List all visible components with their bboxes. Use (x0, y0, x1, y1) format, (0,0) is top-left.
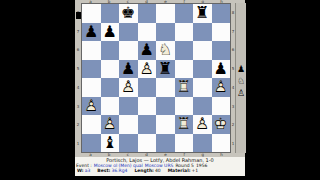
square-f1 (175, 134, 194, 153)
square-g2: ♟♙ (193, 115, 212, 134)
piece-white-pawn: ♟♙ (193, 115, 212, 134)
square-a6 (82, 41, 101, 60)
square-c3 (119, 97, 138, 116)
square-e6: ♞♘ (156, 41, 175, 60)
white-piece-outline: ♖ (177, 116, 191, 132)
square-d5: ♟♙ (138, 60, 157, 79)
white-piece-outline: ♙ (121, 79, 135, 95)
black-piece-glyph: ♚ (121, 5, 135, 21)
square-e2 (156, 115, 175, 134)
piece-black-rook: ♜ (193, 4, 212, 23)
white-knight-icon: ♘ (236, 77, 246, 86)
piece-black-pawn: ♟ (119, 60, 138, 79)
square-f4: ♜♖ (175, 78, 194, 97)
black-piece-glyph: ♟ (140, 42, 154, 58)
square-d4 (138, 78, 157, 97)
square-f2: ♜♖ (175, 115, 194, 134)
square-a2 (82, 115, 101, 134)
square-d1 (138, 134, 157, 153)
chess-panel: abcdefgh abcdefgh 87654321 87654321 ♚♜♟♟… (75, 0, 245, 180)
square-b8 (101, 4, 120, 23)
square-d6: ♟ (138, 41, 157, 60)
square-a5 (82, 60, 101, 79)
white-piece-outline: ♙ (103, 116, 117, 132)
piece-white-rook: ♜♖ (175, 78, 194, 97)
piece-white-pawn: ♟♙ (101, 115, 120, 134)
black-piece-glyph: ♜ (158, 60, 172, 76)
stat-label: Material: (168, 168, 191, 173)
square-e4 (156, 78, 175, 97)
piece-black-pawn: ♟ (212, 60, 231, 79)
stat-material: Material:+1 (168, 168, 199, 173)
piece-black-pawn: ♟ (82, 23, 101, 42)
square-h8 (212, 4, 231, 23)
square-g4 (193, 78, 212, 97)
black-piece-glyph: ♜ (195, 5, 209, 21)
square-b6 (101, 41, 120, 60)
stat-value: +1 (191, 168, 198, 173)
game-info-footer: Portisch, Lajos — Lotfy, Abdel Rahman, 1… (75, 157, 245, 176)
piece-white-king: ♚♔ (212, 115, 231, 134)
square-c7 (119, 23, 138, 42)
square-b3 (101, 97, 120, 116)
stats-line: W:a3Best:36.Rg4Length:40Material:+1 (75, 168, 245, 173)
square-b7: ♟ (101, 23, 120, 42)
square-b4 (101, 78, 120, 97)
white-pawn-icon: ♙ (236, 89, 246, 98)
black-piece-glyph: ♝ (103, 134, 117, 150)
stat-label: W: (77, 168, 84, 173)
chess-board: ♚♜♟♟♟♞♘♟♟♙♜♟♟♙♜♖♟♙♟♙♟♙♜♖♟♙♚♔♝ (81, 3, 231, 153)
square-f6 (175, 41, 194, 60)
white-piece-outline: ♖ (177, 79, 191, 95)
square-e1 (156, 134, 175, 153)
square-g8: ♜ (193, 4, 212, 23)
piece-white-knight: ♞♘ (156, 41, 175, 60)
piece-white-pawn: ♟♙ (138, 60, 157, 79)
square-a3: ♟♙ (82, 97, 101, 116)
square-g7 (193, 23, 212, 42)
square-g1 (193, 134, 212, 153)
square-f3 (175, 97, 194, 116)
square-g6 (193, 41, 212, 60)
square-b2: ♟♙ (101, 115, 120, 134)
square-e5: ♜ (156, 60, 175, 79)
square-a1 (82, 134, 101, 153)
square-h4: ♟♙ (212, 78, 231, 97)
white-piece-outline: ♙ (84, 97, 98, 113)
square-a8 (82, 4, 101, 23)
black-piece-glyph: ♟ (103, 23, 117, 39)
square-h3 (212, 97, 231, 116)
square-h1 (212, 134, 231, 153)
stat-value: 36.Rg4 (111, 168, 127, 173)
square-e8 (156, 4, 175, 23)
square-d2 (138, 115, 157, 134)
stat-length: Length:40 (134, 168, 160, 173)
square-f7 (175, 23, 194, 42)
white-piece-outline: ♘ (158, 42, 172, 58)
piece-black-pawn: ♟ (138, 41, 157, 60)
stat-w: W:a3 (77, 168, 90, 173)
square-c8: ♚ (119, 4, 138, 23)
black-piece-glyph: ♟ (84, 23, 98, 39)
piece-black-king: ♚ (119, 4, 138, 23)
black-piece-glyph: ♟ (214, 60, 228, 76)
square-c1 (119, 134, 138, 153)
square-c5: ♟ (119, 60, 138, 79)
square-e7 (156, 23, 175, 42)
square-h5: ♟ (212, 60, 231, 79)
stat-best: Best:36.Rg4 (97, 168, 127, 173)
piece-black-bishop: ♝ (101, 134, 120, 153)
piece-black-pawn: ♟ (101, 23, 120, 42)
square-f8 (175, 4, 194, 23)
square-g5 (193, 60, 212, 79)
white-piece-outline: ♙ (214, 79, 228, 95)
square-d3 (138, 97, 157, 116)
material-tray: ♟♘♙ (235, 3, 246, 153)
square-b1: ♝ (101, 134, 120, 153)
square-c4: ♟♙ (119, 78, 138, 97)
white-piece-outline: ♔ (214, 116, 228, 132)
piece-white-rook: ♜♖ (175, 115, 194, 134)
square-g3 (193, 97, 212, 116)
square-d7 (138, 23, 157, 42)
square-a7: ♟ (82, 23, 101, 42)
square-h6 (212, 41, 231, 60)
piece-white-pawn: ♟♙ (82, 97, 101, 116)
stat-label: Length: (134, 168, 154, 173)
square-h7 (212, 23, 231, 42)
square-h2: ♚♔ (212, 115, 231, 134)
square-e3 (156, 97, 175, 116)
square-d8 (138, 4, 157, 23)
board-area: abcdefgh abcdefgh 87654321 87654321 ♚♜♟♟… (75, 0, 245, 157)
black-pawn-icon: ♟ (236, 65, 246, 74)
piece-white-pawn: ♟♙ (212, 78, 231, 97)
stat-label: Best: (97, 168, 110, 173)
square-f5 (175, 60, 194, 79)
white-piece-outline: ♙ (140, 60, 154, 76)
piece-white-pawn: ♟♙ (119, 78, 138, 97)
square-c2 (119, 115, 138, 134)
white-piece-outline: ♙ (195, 116, 209, 132)
square-c6 (119, 41, 138, 60)
square-a4 (82, 78, 101, 97)
piece-black-rook: ♜ (156, 60, 175, 79)
video-frame: { "game": "chess", "position": { "fen": … (0, 0, 320, 180)
stat-value: a3 (85, 168, 91, 173)
square-b5 (101, 60, 120, 79)
black-piece-glyph: ♟ (121, 60, 135, 76)
stat-value: 40 (155, 168, 161, 173)
